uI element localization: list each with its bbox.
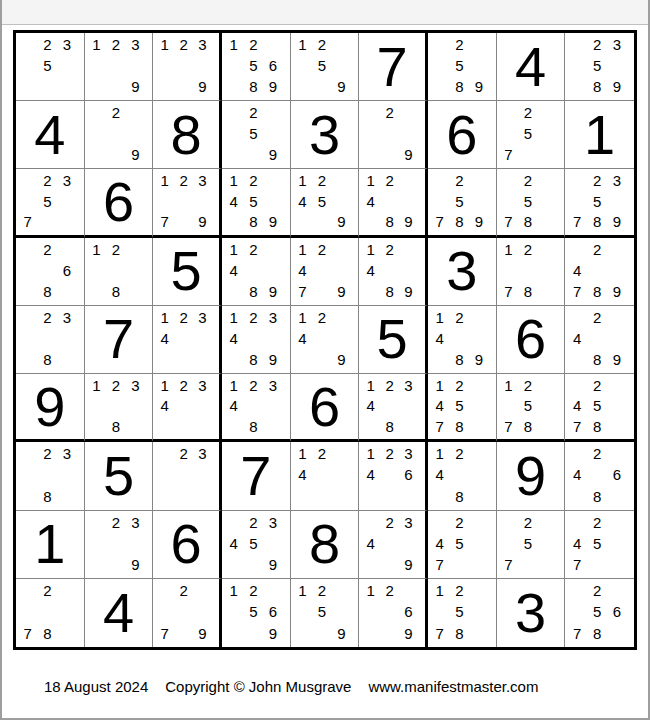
cell-r5c9[interactable]: 2489 [565,306,634,374]
pencil-mark-8: 8 [587,76,607,97]
pencil-marks: 125689 [222,33,290,100]
pencil-mark-6: 6 [263,601,283,622]
pencil-mark-7: 7 [499,144,519,165]
pencil-marks: 1259 [291,579,359,647]
cell-r9c2[interactable]: 4 [85,579,154,647]
pencil-marks: 1234 [153,306,219,373]
pencil-marks: 235789 [565,169,634,234]
big-digit: 9 [497,442,565,509]
pencil-marks: 12489 [428,306,496,373]
pencil-mark-2: 2 [380,102,399,123]
cell-r7c8[interactable]: 9 [497,442,566,510]
pencil-marks: 24578 [565,374,634,439]
pencil-mark-9: 9 [399,281,418,302]
pencil-marks: 259 [222,101,290,168]
pencil-mark-2: 2 [587,170,607,190]
cell-r2c3[interactable]: 8 [153,101,222,169]
pencil-mark-9: 9 [399,211,418,231]
pencil-mark-2: 2 [587,239,607,260]
pencil-mark-5: 5 [312,601,332,622]
pencil-mark-8: 8 [106,281,126,302]
cell-r3c3[interactable]: 12379 [153,169,222,237]
pencil-mark-7: 7 [499,416,519,436]
pencil-mark-8: 8 [244,76,264,97]
pencil-marks: 12379 [153,169,219,234]
pencil-mark-2: 2 [450,34,470,55]
pencil-mark-8: 8 [518,281,538,302]
pencil-mark-7: 7 [567,211,587,231]
pencil-mark-7: 7 [567,623,587,644]
pencil-mark-5: 5 [244,601,264,622]
cell-r2c1[interactable]: 4 [16,101,85,169]
pencil-mark-9: 9 [469,349,489,370]
pencil-mark-2: 2 [174,307,193,328]
pencil-mark-3: 3 [193,34,212,55]
cell-r2c5[interactable]: 3 [291,101,360,169]
cell-r4c3[interactable]: 5 [153,238,222,306]
big-digit: 6 [153,511,219,578]
cell-r5c8[interactable]: 6 [497,306,566,374]
pencil-mark-9: 9 [332,211,352,231]
pencil-mark-9: 9 [193,76,212,97]
pencil-mark-2: 2 [450,443,470,464]
cell-r9c3[interactable]: 279 [153,579,222,647]
pencil-marks: 1269 [359,579,425,647]
pencil-mark-2: 2 [312,34,332,55]
pencil-marks: 23 [153,442,219,509]
pencil-mark-8: 8 [450,211,470,231]
cell-r4c8[interactable]: 1278 [497,238,566,306]
cell-r6c3[interactable]: 1234 [153,374,222,442]
pencil-marks: 235 [16,33,84,100]
pencil-mark-8: 8 [587,349,607,370]
pencil-mark-4: 4 [430,464,450,485]
big-digit: 4 [85,579,153,647]
pencil-mark-5: 5 [244,191,264,211]
pencil-mark-1: 1 [224,170,244,190]
cell-r7c6[interactable]: 12346 [359,442,428,510]
pencil-mark-4: 4 [361,396,380,416]
cell-r1c7[interactable]: 2589 [428,33,497,101]
pencil-marks: 239 [85,511,153,578]
pencil-mark-3: 3 [193,375,212,395]
cell-r4c1[interactable]: 268 [16,238,85,306]
pencil-mark-1: 1 [224,375,244,395]
pencil-marks: 279 [153,579,219,647]
pencil-marks: 2457 [565,511,634,578]
pencil-mark-7: 7 [18,623,38,644]
cell-r8c6[interactable]: 2349 [359,511,428,579]
pencil-mark-6: 6 [607,464,627,485]
pencil-marks: 12578 [497,374,565,439]
pencil-mark-2: 2 [106,375,126,395]
cell-r2c2[interactable]: 29 [85,101,154,169]
pencil-mark-4: 4 [430,533,450,554]
cell-r6c1[interactable]: 9 [16,374,85,442]
pencil-mark-7: 7 [499,554,519,575]
pencil-mark-1: 1 [361,443,380,464]
pencil-mark-9: 9 [263,76,283,97]
cell-r3c8[interactable]: 2578 [497,169,566,237]
cell-r5c3[interactable]: 1234 [153,306,222,374]
big-digit: 3 [291,101,359,168]
pencil-mark-2: 2 [38,34,58,55]
pencil-mark-2: 2 [518,102,538,123]
pencil-mark-2: 2 [174,170,193,190]
pencil-mark-1: 1 [361,375,380,395]
cell-r1c5[interactable]: 1259 [291,33,360,101]
pencil-mark-8: 8 [38,349,58,370]
pencil-mark-3: 3 [193,443,212,464]
pencil-mark-5: 5 [587,55,607,76]
pencil-mark-2: 2 [244,512,264,533]
pencil-marks: 29 [359,101,425,168]
cell-r2c8[interactable]: 257 [497,101,566,169]
pencil-mark-5: 5 [587,533,607,554]
pencil-marks: 124578 [428,374,496,439]
pencil-mark-5: 5 [244,533,264,554]
cell-r3c1[interactable]: 2357 [16,169,85,237]
cell-r5c2[interactable]: 7 [85,306,154,374]
pencil-mark-7: 7 [499,211,519,231]
cell-r7c3[interactable]: 23 [153,442,222,510]
pencil-marks: 12459 [291,169,359,234]
cell-r4c4[interactable]: 12489 [222,238,291,306]
cell-r1c8[interactable]: 4 [497,33,566,101]
cell-r6c8[interactable]: 12578 [497,374,566,442]
pencil-mark-7: 7 [430,554,450,575]
cell-r9c5[interactable]: 1259 [291,579,360,647]
pencil-marks: 12348 [222,374,290,439]
cell-r9c9[interactable]: 25678 [565,579,634,647]
pencil-marks: 12479 [291,238,359,305]
cell-r2c6[interactable]: 29 [359,101,428,169]
pencil-marks: 12346 [359,442,425,509]
pencil-mark-8: 8 [38,623,58,644]
pencil-mark-2: 2 [174,34,193,55]
big-digit: 6 [291,374,359,439]
pencil-mark-9: 9 [126,76,146,97]
pencil-mark-8: 8 [38,485,58,506]
cell-r3c7[interactable]: 25789 [428,169,497,237]
pencil-mark-4: 4 [224,260,244,281]
pencil-mark-6: 6 [263,55,283,76]
pencil-mark-8: 8 [587,485,607,506]
pencil-marks: 2457 [428,511,496,578]
pencil-mark-9: 9 [332,281,352,302]
pencil-marks: 2578 [497,169,565,234]
cell-r1c3[interactable]: 1239 [153,33,222,101]
cell-r7c7[interactable]: 1248 [428,442,497,510]
pencil-mark-1: 1 [224,580,244,601]
pencil-marks: 238 [16,442,84,509]
pencil-mark-2: 2 [38,580,58,601]
pencil-mark-2: 2 [518,170,538,190]
pencil-mark-2: 2 [106,512,126,533]
big-digit: 1 [16,511,84,578]
cell-r1c6[interactable]: 7 [359,33,428,101]
cell-r8c4[interactable]: 23459 [222,511,291,579]
cell-r3c2[interactable]: 6 [85,169,154,237]
pencil-mark-1: 1 [155,170,174,190]
pencil-mark-4: 4 [224,533,244,554]
pencil-mark-2: 2 [587,580,607,601]
pencil-mark-4: 4 [567,396,587,416]
cell-r2c4[interactable]: 259 [222,101,291,169]
cell-r3c9[interactable]: 235789 [565,169,634,237]
pencil-mark-2: 2 [380,375,399,395]
cell-r9c8[interactable]: 3 [497,579,566,647]
cell-r5c5[interactable]: 1249 [291,306,360,374]
pencil-mark-1: 1 [499,375,519,395]
pencil-mark-1: 1 [293,170,313,190]
cell-r2c7[interactable]: 6 [428,101,497,169]
pencil-mark-9: 9 [607,349,627,370]
pencil-mark-9: 9 [263,144,283,165]
pencil-mark-4: 4 [567,260,587,281]
cell-r4c7[interactable]: 3 [428,238,497,306]
pencil-mark-3: 3 [57,34,77,55]
pencil-marks: 1249 [291,306,359,373]
pencil-mark-3: 3 [399,375,418,395]
cell-r2c9[interactable]: 1 [565,101,634,169]
big-digit: 3 [428,238,496,305]
cell-r9c6[interactable]: 1269 [359,579,428,647]
big-digit: 8 [153,101,219,168]
pencil-mark-3: 3 [263,307,283,328]
pencil-marks: 29 [85,101,153,168]
cell-r1c1[interactable]: 235 [16,33,85,101]
pencil-marks: 278 [16,579,84,647]
pencil-mark-9: 9 [332,349,352,370]
pencil-mark-5: 5 [312,191,332,211]
pencil-mark-2: 2 [38,170,58,190]
pencil-mark-5: 5 [518,396,538,416]
pencil-mark-4: 4 [361,533,380,554]
pencil-mark-2: 2 [450,170,470,190]
pencil-mark-9: 9 [263,211,283,231]
cell-r1c2[interactable]: 1239 [85,33,154,101]
pencil-mark-9: 9 [126,554,146,575]
pencil-mark-5: 5 [244,55,264,76]
cell-r8c2[interactable]: 239 [85,511,154,579]
pencil-mark-2: 2 [380,239,399,260]
pencil-mark-2: 2 [38,443,58,464]
pencil-mark-8: 8 [380,281,399,302]
pencil-mark-9: 9 [607,281,627,302]
pencil-mark-8: 8 [38,281,58,302]
cell-r7c1[interactable]: 238 [16,442,85,510]
cell-r5c1[interactable]: 238 [16,306,85,374]
pencil-mark-2: 2 [380,580,399,601]
pencil-marks: 2489 [565,306,634,373]
pencil-mark-5: 5 [450,601,470,622]
pencil-mark-2: 2 [244,34,264,55]
pencil-mark-1: 1 [155,34,174,55]
cell-r6c2[interactable]: 1238 [85,374,154,442]
pencil-mark-2: 2 [587,34,607,55]
pencil-mark-8: 8 [244,349,264,370]
big-digit: 6 [497,306,565,373]
pencil-mark-2: 2 [174,580,193,601]
pencil-mark-2: 2 [312,580,332,601]
pencil-mark-2: 2 [312,307,332,328]
big-digit: 5 [153,238,219,305]
cell-r7c5[interactable]: 124 [291,442,360,510]
pencil-mark-8: 8 [380,416,399,436]
pencil-mark-9: 9 [193,623,212,644]
footer: 18 August 2024Copyright © John Musgravew… [44,678,538,695]
pencil-mark-7: 7 [499,281,519,302]
pencil-mark-9: 9 [607,76,627,97]
pencil-mark-2: 2 [312,443,332,464]
big-digit: 5 [359,306,425,373]
pencil-mark-4: 4 [361,260,380,281]
pencil-mark-1: 1 [361,580,380,601]
pencil-mark-8: 8 [244,211,264,231]
pencil-mark-2: 2 [518,375,538,395]
pencil-mark-9: 9 [332,76,352,97]
big-digit: 4 [497,33,565,100]
pencil-mark-5: 5 [38,191,58,211]
cell-r7c4[interactable]: 7 [222,442,291,510]
cell-r6c5[interactable]: 6 [291,374,360,442]
pencil-mark-3: 3 [57,443,77,464]
pencil-marks: 12578 [428,579,496,647]
pencil-mark-5: 5 [450,55,470,76]
big-digit: 3 [497,579,565,647]
cell-r5c4[interactable]: 123489 [222,306,291,374]
pencil-marks: 1238 [85,374,153,439]
pencil-mark-1: 1 [87,375,107,395]
pencil-mark-3: 3 [607,34,627,55]
cell-r4c2[interactable]: 128 [85,238,154,306]
pencil-marks: 25678 [565,579,634,647]
pencil-mark-1: 1 [155,375,174,395]
pencil-mark-6: 6 [57,260,77,281]
pencil-marks: 23589 [565,33,634,100]
pencil-mark-1: 1 [155,307,174,328]
pencil-mark-7: 7 [567,416,587,436]
pencil-mark-9: 9 [469,76,489,97]
pencil-mark-4: 4 [224,191,244,211]
pencil-mark-8: 8 [450,416,470,436]
cell-r3c6[interactable]: 12489 [359,169,428,237]
pencil-mark-2: 2 [174,443,193,464]
cell-r9c7[interactable]: 12578 [428,579,497,647]
pencil-mark-9: 9 [399,623,418,644]
pencil-mark-1: 1 [293,443,313,464]
pencil-mark-4: 4 [224,328,244,349]
cell-r8c3[interactable]: 6 [153,511,222,579]
pencil-mark-7: 7 [18,211,38,231]
pencil-mark-2: 2 [518,239,538,260]
pencil-mark-3: 3 [193,170,212,190]
footer-website: www.manifestmaster.com [368,678,538,695]
pencil-mark-2: 2 [587,512,607,533]
cell-r8c8[interactable]: 257 [497,511,566,579]
pencil-mark-2: 2 [450,512,470,533]
pencil-marks: 124 [291,442,359,509]
cell-r4c5[interactable]: 12479 [291,238,360,306]
pencil-mark-1: 1 [293,307,313,328]
cell-r8c5[interactable]: 8 [291,511,360,579]
cell-r6c4[interactable]: 12348 [222,374,291,442]
cell-r3c4[interactable]: 124589 [222,169,291,237]
pencil-marks: 123489 [222,306,290,373]
footer-copyright: Copyright © John Musgrave [165,678,351,695]
pencil-mark-4: 4 [224,396,244,416]
pencil-mark-4: 4 [155,396,174,416]
cell-r1c4[interactable]: 125689 [222,33,291,101]
pencil-mark-1: 1 [293,34,313,55]
pencil-mark-5: 5 [518,191,538,211]
pencil-marks: 257 [497,511,565,578]
pencil-mark-4: 4 [361,191,380,211]
cell-r4c9[interactable]: 24789 [565,238,634,306]
cell-r3c5[interactable]: 12459 [291,169,360,237]
pencil-mark-9: 9 [263,554,283,575]
pencil-mark-2: 2 [244,239,264,260]
cell-r7c2[interactable]: 5 [85,442,154,510]
cell-r1c9[interactable]: 23589 [565,33,634,101]
pencil-mark-1: 1 [430,375,450,395]
pencil-mark-1: 1 [293,239,313,260]
cell-r5c6[interactable]: 5 [359,306,428,374]
big-digit: 5 [85,442,153,509]
cell-r8c9[interactable]: 2457 [565,511,634,579]
pencil-mark-3: 3 [263,512,283,533]
pencil-mark-1: 1 [293,580,313,601]
pencil-mark-3: 3 [607,170,627,190]
cell-r6c7[interactable]: 124578 [428,374,497,442]
pencil-mark-9: 9 [126,144,146,165]
pencil-mark-8: 8 [518,416,538,436]
cell-r9c4[interactable]: 12569 [222,579,291,647]
cell-r8c1[interactable]: 1 [16,511,85,579]
pencil-mark-3: 3 [126,34,146,55]
cell-r8c7[interactable]: 2457 [428,511,497,579]
pencil-mark-8: 8 [450,623,470,644]
pencil-marks: 12489 [222,238,290,305]
cell-r6c9[interactable]: 24578 [565,374,634,442]
cell-r6c6[interactable]: 12348 [359,374,428,442]
pencil-marks: 1234 [153,374,219,439]
cell-r7c9[interactable]: 2468 [565,442,634,510]
pencil-mark-5: 5 [587,601,607,622]
cell-r4c6[interactable]: 12489 [359,238,428,306]
pencil-mark-8: 8 [587,281,607,302]
pencil-mark-2: 2 [587,443,607,464]
pencil-mark-3: 3 [263,375,283,395]
pencil-mark-7: 7 [567,554,587,575]
big-digit: 1 [565,101,634,168]
pencil-mark-2: 2 [380,443,399,464]
pencil-mark-2: 2 [174,375,193,395]
pencil-mark-7: 7 [155,211,174,231]
pencil-mark-2: 2 [244,307,264,328]
big-digit: 9 [16,374,84,439]
cell-r9c1[interactable]: 278 [16,579,85,647]
cell-r5c7[interactable]: 12489 [428,306,497,374]
big-digit: 8 [291,511,359,578]
pencil-mark-9: 9 [263,349,283,370]
pencil-mark-2: 2 [244,375,264,395]
pencil-marks: 25789 [428,169,496,234]
pencil-mark-1: 1 [224,307,244,328]
pencil-mark-2: 2 [38,307,58,328]
pencil-marks: 12569 [222,579,290,647]
